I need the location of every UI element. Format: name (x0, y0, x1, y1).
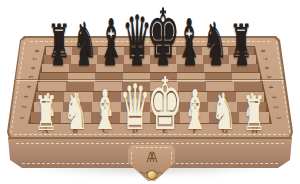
piece-black-pawn-d7[interactable]: ♟ (130, 41, 145, 70)
piece-white-king-e1[interactable]: ♚ (147, 68, 183, 140)
pieces-layer: ♜♞♝♛♚♝♞♜♟♟♟♟♟♟♟♟♟♟♟♟♟♟♟♟♜♞♝♛♚♝♞♜ (0, 0, 300, 184)
piece-black-pawn-h7[interactable]: ♟ (235, 41, 250, 70)
piece-black-pawn-b7[interactable]: ♟ (77, 41, 92, 70)
piece-white-knight-g1[interactable]: ♞ (211, 86, 237, 137)
piece-white-bishop-f1[interactable]: ♝ (181, 83, 209, 138)
chess-set-photo: ABCDEFGH8877665544332211 ♜♞♝♛♚♝♞♜♟♟♟♟♟ (0, 0, 300, 184)
piece-black-pawn-f7[interactable]: ♟ (182, 41, 197, 70)
piece-black-pawn-c7[interactable]: ♟ (103, 41, 118, 70)
piece-white-knight-b1[interactable]: ♞ (63, 86, 89, 137)
piece-white-rook-h1[interactable]: ♜ (242, 89, 266, 137)
piece-black-pawn-g7[interactable]: ♟ (209, 41, 224, 70)
piece-black-pawn-a7[interactable]: ♟ (50, 41, 65, 70)
piece-white-rook-a1[interactable]: ♜ (34, 89, 58, 137)
piece-white-bishop-c1[interactable]: ♝ (92, 83, 120, 138)
